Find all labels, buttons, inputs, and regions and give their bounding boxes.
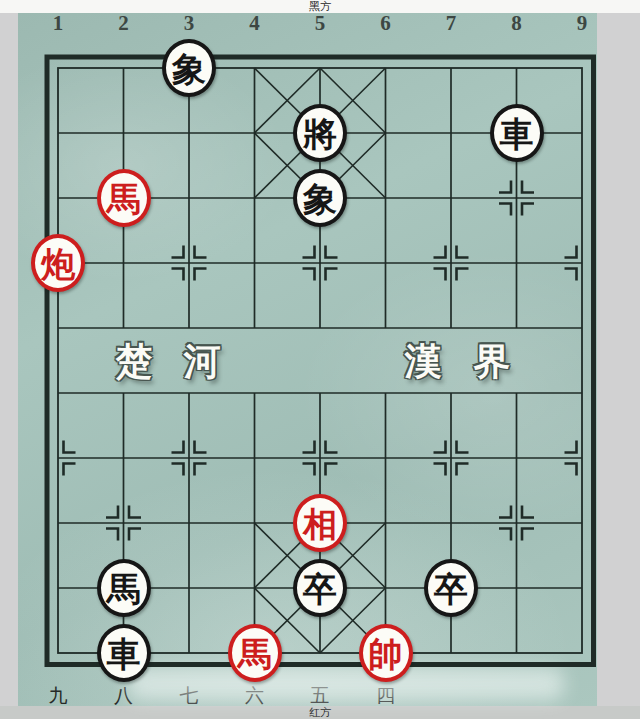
bottom-side-banner: 红方 (0, 706, 640, 719)
piece-black-chariot[interactable]: 車 (490, 104, 544, 162)
piece-black-horse[interactable]: 馬 (97, 559, 151, 617)
file-number-9: 9 (577, 13, 588, 34)
piece-black-general[interactable]: 將 (293, 104, 347, 162)
file-number-4: 4 (249, 13, 260, 34)
piece-red-horse[interactable]: 馬 (97, 169, 151, 227)
file-number-8: 8 (511, 13, 522, 34)
file-number-7: 7 (446, 13, 457, 34)
piece-black-soldier[interactable]: 卒 (293, 559, 347, 617)
board-grid: 象將車馬象炮相馬卒卒車馬帥 (25, 36, 615, 686)
piece-black-elephant[interactable]: 象 (293, 169, 347, 227)
piece-black-chariot[interactable]: 車 (97, 624, 151, 682)
file-number-6: 6 (380, 13, 391, 34)
piece-black-elephant[interactable]: 象 (162, 39, 216, 97)
piece-red-horse[interactable]: 馬 (228, 624, 282, 682)
file-number-1: 1 (53, 13, 64, 34)
file-label-1: 九 (49, 686, 68, 705)
file-number-5: 5 (315, 13, 326, 34)
piece-red-cannon[interactable]: 炮 (31, 234, 85, 292)
piece-red-elephant[interactable]: 相 (293, 494, 347, 552)
file-number-3: 3 (184, 13, 195, 34)
piece-red-general[interactable]: 帥 (359, 624, 413, 682)
file-number-2: 2 (118, 13, 129, 34)
red-side-label: 红方 (309, 707, 331, 718)
piece-black-soldier[interactable]: 卒 (424, 559, 478, 617)
